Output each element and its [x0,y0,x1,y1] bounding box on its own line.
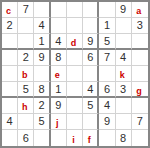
cell-r3c9[interactable] [132,34,148,50]
cell-r6c9[interactable]: g [132,82,148,98]
cell-r4c9[interactable] [132,50,148,66]
given-digit: 2 [38,100,44,111]
cell-r2c5[interactable] [67,18,83,34]
cell-r2c4[interactable] [51,18,67,34]
given-digit: 8 [120,133,126,144]
given-digit: 8 [38,84,44,95]
given-digit: 9 [120,4,126,15]
cell-r6c2[interactable]: 5 [18,82,34,98]
cell-r2c7[interactable]: 1 [99,18,115,34]
cell-r2c8[interactable] [116,18,132,34]
cell-r8c9[interactable]: 7 [132,114,148,130]
cell-r3c7[interactable]: 5 [99,34,115,50]
cell-r9c5[interactable]: i [67,130,83,146]
given-digit: 5 [38,116,44,127]
cell-r4c2[interactable]: 2 [18,50,34,66]
given-digit: 6 [23,133,29,144]
given-digit: 9 [38,52,44,63]
given-digit: 4 [55,36,61,47]
given-digit: 4 [104,100,110,111]
cell-r7c2[interactable]: h [18,98,34,114]
cell-r8c4[interactable]: j [51,114,67,130]
given-digit: 1 [38,36,44,47]
cell-r2c6[interactable] [83,18,99,34]
cell-r7c6[interactable]: 5 [83,98,99,114]
cell-r7c8[interactable] [116,98,132,114]
cell-r6c4[interactable]: 1 [51,82,67,98]
letter-label-i: i [72,136,75,145]
cell-r5c8[interactable]: k [116,66,132,82]
given-digit: 4 [120,52,126,63]
cell-r6c1[interactable] [2,82,18,98]
given-digit: 7 [104,52,110,63]
cell-r1c2[interactable]: 7 [18,2,34,18]
cell-r5c4[interactable]: e [51,66,67,82]
cell-r6c6[interactable]: 4 [83,82,99,98]
cell-r5c7[interactable] [99,66,115,82]
cell-r3c6[interactable]: 9 [83,34,99,50]
cell-r3c1[interactable] [2,34,18,50]
letter-label-b: b [22,71,28,80]
cell-r8c5[interactable] [67,114,83,130]
given-digit: 4 [38,20,44,31]
given-digit: 6 [104,84,110,95]
cell-r9c6[interactable]: f [83,130,99,146]
cell-r4c3[interactable]: 9 [34,50,50,66]
cell-r2c1[interactable]: 2 [2,18,18,34]
cell-r4c6[interactable]: 6 [83,50,99,66]
letter-label-c: c [6,7,11,16]
cell-r7c9[interactable] [132,98,148,114]
cell-r1c1[interactable]: c [2,2,18,18]
cell-r1c6[interactable] [83,2,99,18]
letter-label-d: d [71,39,77,48]
cell-r2c3[interactable]: 4 [34,18,50,34]
cell-r7c1[interactable] [2,98,18,114]
cell-r4c7[interactable]: 7 [99,50,115,66]
cell-r4c1[interactable] [2,50,18,66]
cell-r3c2[interactable] [18,34,34,50]
cell-r5c3[interactable] [34,66,50,82]
cell-r1c7[interactable] [99,2,115,18]
cell-r8c2[interactable] [18,114,34,130]
given-digit: 4 [7,116,13,127]
given-digit: 4 [87,84,93,95]
cell-r6c8[interactable]: 3 [116,82,132,98]
cell-r6c5[interactable] [67,82,83,98]
cell-r7c3[interactable]: 2 [34,98,50,114]
letter-label-e: e [55,71,60,80]
cell-r1c8[interactable]: 9 [116,2,132,18]
cell-r9c3[interactable] [34,130,50,146]
given-digit: 5 [23,84,29,95]
cell-r6c7[interactable]: 6 [99,82,115,98]
sudoku-board: c79a241314d95298674bek581463gh295445j976… [0,0,150,148]
cell-r5c6[interactable] [83,66,99,82]
cell-r5c5[interactable] [67,66,83,82]
cell-r7c7[interactable]: 4 [99,98,115,114]
cell-r9c8[interactable]: 8 [116,130,132,146]
cell-r1c5[interactable] [67,2,83,18]
cell-r8c7[interactable]: 9 [99,114,115,130]
given-digit: 3 [120,84,126,95]
letter-label-g: g [136,87,142,96]
given-digit: 8 [55,52,61,63]
letter-label-j: j [56,119,59,128]
cell-r8c1[interactable]: 4 [2,114,18,130]
given-digit: 9 [104,116,110,127]
cell-r4c4[interactable]: 8 [51,50,67,66]
given-digit: 2 [23,52,29,63]
given-digit: 7 [23,4,29,15]
given-digit: 5 [104,36,110,47]
cell-r5c2[interactable]: b [18,66,34,82]
given-digit: 5 [87,100,93,111]
given-digit: 2 [7,20,13,31]
cell-r5c1[interactable] [2,66,18,82]
given-digit: 7 [137,116,143,127]
given-digit: 6 [87,52,93,63]
cell-r2c9[interactable]: 3 [132,18,148,34]
given-digit: 1 [55,84,61,95]
cell-r9c4[interactable] [51,130,67,146]
given-digit: 1 [104,20,110,31]
cell-r3c3[interactable]: 1 [34,34,50,50]
cell-r9c1[interactable] [2,130,18,146]
cell-r7c5[interactable] [67,98,83,114]
cell-r6c3[interactable]: 8 [34,82,50,98]
given-digit: 3 [137,20,143,31]
cell-r7c4[interactable]: 9 [51,98,67,114]
cell-r3c8[interactable] [116,34,132,50]
cell-r3c5[interactable]: d [67,34,83,50]
cell-r5c9[interactable] [132,66,148,82]
given-digit: 9 [87,36,93,47]
letter-label-a: a [136,7,141,16]
cell-r4c8[interactable]: 4 [116,50,132,66]
cell-r8c3[interactable]: 5 [34,114,50,130]
cell-r8c6[interactable] [83,114,99,130]
cell-r1c9[interactable]: a [132,2,148,18]
cell-r1c3[interactable] [34,2,50,18]
letter-label-k: k [120,71,125,80]
letter-label-h: h [22,103,28,112]
given-digit: 9 [55,100,61,111]
letter-label-f: f [88,136,91,145]
cell-r1c4[interactable] [51,2,67,18]
cell-r3c4[interactable]: 4 [51,34,67,50]
cell-r4c5[interactable] [67,50,83,66]
cell-r2c2[interactable] [18,18,34,34]
cell-r9c2[interactable]: 6 [18,130,34,146]
cell-r9c9[interactable] [132,130,148,146]
cell-r8c8[interactable] [116,114,132,130]
cell-r9c7[interactable] [99,130,115,146]
